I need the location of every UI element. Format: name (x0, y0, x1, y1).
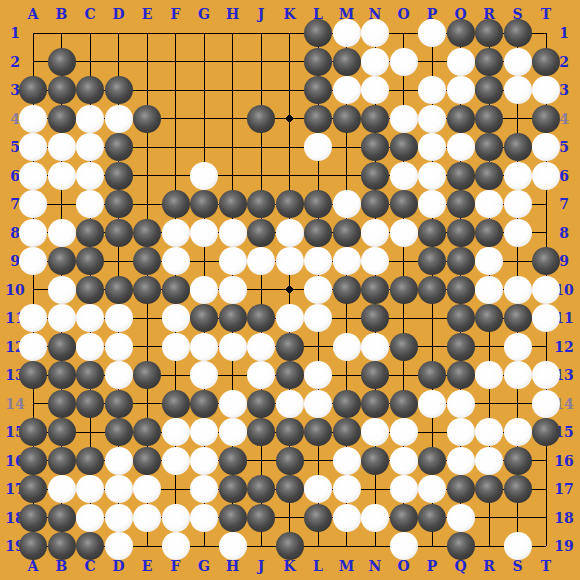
stone-black-P16 (418, 447, 446, 475)
stone-white-R9 (475, 247, 503, 275)
stone-black-N7 (361, 190, 389, 218)
stone-white-Q5 (447, 133, 475, 161)
stone-black-L7 (304, 190, 332, 218)
stone-black-D8 (105, 219, 133, 247)
stone-white-S19 (504, 532, 532, 560)
stone-black-H17 (219, 475, 247, 503)
stone-white-P1 (418, 19, 446, 47)
stone-black-C14 (76, 390, 104, 418)
stone-black-T9 (532, 247, 560, 275)
stone-white-C17 (76, 475, 104, 503)
stone-black-L4 (304, 105, 332, 133)
stone-black-D5 (105, 133, 133, 161)
stone-white-D4 (105, 105, 133, 133)
stone-black-Q10 (447, 276, 475, 304)
stone-white-Q3 (447, 76, 475, 104)
col-label-top-O: O (392, 6, 416, 22)
stone-black-Q6 (447, 162, 475, 190)
stone-black-E13 (133, 361, 161, 389)
stone-white-H19 (219, 532, 247, 560)
stone-white-N15 (361, 418, 389, 446)
col-label-top-E: E (135, 6, 159, 22)
stone-black-Q17 (447, 475, 475, 503)
stone-white-F9 (162, 247, 190, 275)
stone-white-F16 (162, 447, 190, 475)
stone-white-H9 (219, 247, 247, 275)
stone-black-T4 (532, 105, 560, 133)
stone-black-R2 (475, 48, 503, 76)
stone-white-C6 (76, 162, 104, 190)
stone-black-E9 (133, 247, 161, 275)
stone-black-R4 (475, 105, 503, 133)
stone-white-O2 (390, 48, 418, 76)
stone-white-D18 (105, 504, 133, 532)
stone-white-D12 (105, 333, 133, 361)
col-label-bottom-F: F (164, 558, 188, 574)
stone-black-K7 (276, 190, 304, 218)
stone-white-D19 (105, 532, 133, 560)
stone-black-C10 (76, 276, 104, 304)
stone-white-S15 (504, 418, 532, 446)
stone-black-A17 (19, 475, 47, 503)
row-label-left-2: 2 (3, 54, 27, 70)
stone-black-B15 (48, 418, 76, 446)
stone-white-M1 (333, 19, 361, 47)
stone-black-P8 (418, 219, 446, 247)
col-label-bottom-R: R (477, 558, 501, 574)
stone-black-N5 (361, 133, 389, 161)
row-label-right-7: 7 (552, 196, 576, 212)
col-label-bottom-Q: Q (449, 558, 473, 574)
stone-black-K16 (276, 447, 304, 475)
stone-white-B10 (48, 276, 76, 304)
stone-black-D3 (105, 76, 133, 104)
stone-black-R6 (475, 162, 503, 190)
stone-black-C13 (76, 361, 104, 389)
col-label-bottom-H: H (221, 558, 245, 574)
stone-white-G12 (190, 333, 218, 361)
stone-black-L15 (304, 418, 332, 446)
stone-white-E17 (133, 475, 161, 503)
stone-black-R3 (475, 76, 503, 104)
stone-black-C3 (76, 76, 104, 104)
col-label-bottom-D: D (107, 558, 131, 574)
stone-white-K11 (276, 304, 304, 332)
stone-black-G7 (190, 190, 218, 218)
row-label-right-18: 18 (552, 510, 576, 526)
star-point-K10 (286, 286, 292, 292)
stone-white-N3 (361, 76, 389, 104)
stone-white-S13 (504, 361, 532, 389)
stone-white-S8 (504, 219, 532, 247)
stone-black-J18 (247, 504, 275, 532)
stone-black-A18 (19, 504, 47, 532)
col-label-top-G: G (192, 6, 216, 22)
stone-white-N8 (361, 219, 389, 247)
stone-white-A9 (19, 247, 47, 275)
stone-white-P17 (418, 475, 446, 503)
stone-black-R8 (475, 219, 503, 247)
stone-white-T6 (532, 162, 560, 190)
stone-black-F7 (162, 190, 190, 218)
stone-black-B14 (48, 390, 76, 418)
stone-white-A12 (19, 333, 47, 361)
stone-black-K12 (276, 333, 304, 361)
stone-black-R5 (475, 133, 503, 161)
stone-white-O4 (390, 105, 418, 133)
stone-white-C18 (76, 504, 104, 532)
stone-black-D6 (105, 162, 133, 190)
stone-white-N1 (361, 19, 389, 47)
col-label-bottom-P: P (420, 558, 444, 574)
stone-white-P14 (418, 390, 446, 418)
stone-black-J8 (247, 219, 275, 247)
stone-black-C16 (76, 447, 104, 475)
stone-white-F8 (162, 219, 190, 247)
col-label-bottom-C: C (78, 558, 102, 574)
stone-white-N2 (361, 48, 389, 76)
col-label-bottom-M: M (335, 558, 359, 574)
stone-black-R1 (475, 19, 503, 47)
stone-black-B9 (48, 247, 76, 275)
stone-black-D10 (105, 276, 133, 304)
col-label-top-J: J (249, 6, 273, 22)
stone-black-K13 (276, 361, 304, 389)
stone-black-L1 (304, 19, 332, 47)
col-label-bottom-K: K (278, 558, 302, 574)
stone-black-P9 (418, 247, 446, 275)
stone-white-G8 (190, 219, 218, 247)
stone-black-A16 (19, 447, 47, 475)
stone-black-K17 (276, 475, 304, 503)
stone-white-M3 (333, 76, 361, 104)
col-label-bottom-T: T (534, 558, 558, 574)
stone-black-Q11 (447, 304, 475, 332)
stone-white-N9 (361, 247, 389, 275)
stone-white-T3 (532, 76, 560, 104)
stone-white-R13 (475, 361, 503, 389)
stone-white-O8 (390, 219, 418, 247)
stone-white-S6 (504, 162, 532, 190)
stone-black-S16 (504, 447, 532, 475)
col-label-bottom-L: L (306, 558, 330, 574)
stone-white-M18 (333, 504, 361, 532)
stone-black-M14 (333, 390, 361, 418)
stone-white-B8 (48, 219, 76, 247)
stone-black-B18 (48, 504, 76, 532)
stone-black-C8 (76, 219, 104, 247)
stone-black-O5 (390, 133, 418, 161)
stone-black-L2 (304, 48, 332, 76)
stone-black-S5 (504, 133, 532, 161)
stone-black-L3 (304, 76, 332, 104)
stone-black-Q9 (447, 247, 475, 275)
stone-black-Q19 (447, 532, 475, 560)
stone-white-O16 (390, 447, 418, 475)
stone-white-A6 (19, 162, 47, 190)
stone-white-A4 (19, 105, 47, 133)
row-label-right-1: 1 (552, 25, 576, 41)
stone-black-J17 (247, 475, 275, 503)
stone-white-L14 (304, 390, 332, 418)
stone-white-O15 (390, 418, 418, 446)
stone-black-O18 (390, 504, 418, 532)
stone-white-O19 (390, 532, 418, 560)
stone-white-F18 (162, 504, 190, 532)
stone-white-T13 (532, 361, 560, 389)
stone-white-S10 (504, 276, 532, 304)
stone-white-K8 (276, 219, 304, 247)
stone-white-S3 (504, 76, 532, 104)
stone-white-F15 (162, 418, 190, 446)
stone-white-G13 (190, 361, 218, 389)
stone-black-P18 (418, 504, 446, 532)
stone-black-S11 (504, 304, 532, 332)
stone-white-S7 (504, 190, 532, 218)
stone-black-Q4 (447, 105, 475, 133)
stone-black-J11 (247, 304, 275, 332)
stone-black-A19 (19, 532, 47, 560)
stone-black-E10 (133, 276, 161, 304)
stone-white-P5 (418, 133, 446, 161)
stone-black-G14 (190, 390, 218, 418)
stone-white-L5 (304, 133, 332, 161)
row-label-right-17: 17 (552, 481, 576, 497)
stone-black-N11 (361, 304, 389, 332)
stone-black-E4 (133, 105, 161, 133)
stone-black-H11 (219, 304, 247, 332)
stone-black-R11 (475, 304, 503, 332)
stone-black-C9 (76, 247, 104, 275)
row-label-left-10: 10 (3, 282, 27, 298)
stone-black-M8 (333, 219, 361, 247)
stone-black-O10 (390, 276, 418, 304)
stone-white-D11 (105, 304, 133, 332)
stone-white-O6 (390, 162, 418, 190)
stone-black-K15 (276, 418, 304, 446)
col-label-bottom-A: A (21, 558, 45, 574)
stone-black-N10 (361, 276, 389, 304)
row-label-left-14: 14 (3, 396, 27, 412)
row-label-right-12: 12 (552, 339, 576, 355)
stone-white-O17 (390, 475, 418, 503)
stone-white-P3 (418, 76, 446, 104)
stone-black-T15 (532, 418, 560, 446)
stone-black-B19 (48, 532, 76, 560)
stone-black-Q7 (447, 190, 475, 218)
stone-black-S1 (504, 19, 532, 47)
stone-white-M9 (333, 247, 361, 275)
col-label-top-A: A (21, 6, 45, 22)
stone-white-A7 (19, 190, 47, 218)
col-label-bottom-G: G (192, 558, 216, 574)
stone-white-S12 (504, 333, 532, 361)
stone-black-S17 (504, 475, 532, 503)
stone-white-L10 (304, 276, 332, 304)
stone-black-D15 (105, 418, 133, 446)
stone-black-E8 (133, 219, 161, 247)
stone-black-O7 (390, 190, 418, 218)
stone-white-P6 (418, 162, 446, 190)
col-label-bottom-N: N (363, 558, 387, 574)
stone-black-O14 (390, 390, 418, 418)
stone-white-C7 (76, 190, 104, 218)
stone-black-M15 (333, 418, 361, 446)
stone-black-B4 (48, 105, 76, 133)
stone-white-F19 (162, 532, 190, 560)
go-board-app: AABBCCDDEEFFGGHHJJKKLLMMNNOOPPQQRRSSTT11… (0, 0, 580, 580)
stone-white-A5 (19, 133, 47, 161)
stone-black-R17 (475, 475, 503, 503)
stone-white-C12 (76, 333, 104, 361)
stone-white-Q2 (447, 48, 475, 76)
stone-white-B17 (48, 475, 76, 503)
stone-black-J14 (247, 390, 275, 418)
stone-black-P13 (418, 361, 446, 389)
stone-white-E18 (133, 504, 161, 532)
stone-black-D14 (105, 390, 133, 418)
stone-white-H12 (219, 333, 247, 361)
stone-black-G11 (190, 304, 218, 332)
stone-black-Q8 (447, 219, 475, 247)
stone-white-C11 (76, 304, 104, 332)
stone-white-F11 (162, 304, 190, 332)
stone-white-C5 (76, 133, 104, 161)
stone-white-H15 (219, 418, 247, 446)
stone-black-F10 (162, 276, 190, 304)
stone-white-J13 (247, 361, 275, 389)
stone-black-Q12 (447, 333, 475, 361)
stone-white-N12 (361, 333, 389, 361)
row-label-right-19: 19 (552, 538, 576, 554)
col-label-top-F: F (164, 6, 188, 22)
stone-white-B11 (48, 304, 76, 332)
col-label-top-T: T (534, 6, 558, 22)
stone-white-G6 (190, 162, 218, 190)
stone-white-R16 (475, 447, 503, 475)
col-label-top-D: D (107, 6, 131, 22)
stone-white-H14 (219, 390, 247, 418)
stone-black-T2 (532, 48, 560, 76)
stone-white-T10 (532, 276, 560, 304)
stone-white-G17 (190, 475, 218, 503)
stone-black-E15 (133, 418, 161, 446)
stone-white-A8 (19, 219, 47, 247)
stone-black-J4 (247, 105, 275, 133)
stone-white-L13 (304, 361, 332, 389)
stone-white-G18 (190, 504, 218, 532)
stone-white-L11 (304, 304, 332, 332)
stone-white-T11 (532, 304, 560, 332)
stone-white-M7 (333, 190, 361, 218)
stone-white-D17 (105, 475, 133, 503)
star-point-K4 (286, 115, 292, 121)
stone-white-P7 (418, 190, 446, 218)
stone-white-P4 (418, 105, 446, 133)
stone-white-J12 (247, 333, 275, 361)
stone-white-N18 (361, 504, 389, 532)
stone-black-P10 (418, 276, 446, 304)
stone-white-B6 (48, 162, 76, 190)
stone-black-B12 (48, 333, 76, 361)
go-board[interactable]: AABBCCDDEEFFGGHHJJKKLLMMNNOOPPQQRRSSTT11… (0, 0, 580, 580)
stone-black-A15 (19, 418, 47, 446)
stone-black-N13 (361, 361, 389, 389)
stone-white-G16 (190, 447, 218, 475)
stone-white-J9 (247, 247, 275, 275)
col-label-top-C: C (78, 6, 102, 22)
stone-black-K19 (276, 532, 304, 560)
stone-white-H10 (219, 276, 247, 304)
stone-black-F14 (162, 390, 190, 418)
stone-white-Q18 (447, 504, 475, 532)
stone-black-D7 (105, 190, 133, 218)
col-label-bottom-S: S (506, 558, 530, 574)
col-label-bottom-O: O (392, 558, 416, 574)
col-label-bottom-E: E (135, 558, 159, 574)
stone-white-G10 (190, 276, 218, 304)
stone-black-L18 (304, 504, 332, 532)
stone-white-R15 (475, 418, 503, 446)
stone-white-G15 (190, 418, 218, 446)
stone-black-M10 (333, 276, 361, 304)
stone-white-T14 (532, 390, 560, 418)
stone-white-M17 (333, 475, 361, 503)
stone-white-K9 (276, 247, 304, 275)
stone-white-R7 (475, 190, 503, 218)
stone-black-B13 (48, 361, 76, 389)
stone-black-J7 (247, 190, 275, 218)
stone-black-B3 (48, 76, 76, 104)
stone-white-K14 (276, 390, 304, 418)
stone-black-N14 (361, 390, 389, 418)
stone-white-F12 (162, 333, 190, 361)
stone-white-L17 (304, 475, 332, 503)
stone-white-C4 (76, 105, 104, 133)
stone-white-Q16 (447, 447, 475, 475)
stone-white-T5 (532, 133, 560, 161)
stone-black-H7 (219, 190, 247, 218)
stone-white-R10 (475, 276, 503, 304)
stone-black-Q13 (447, 361, 475, 389)
stone-black-C19 (76, 532, 104, 560)
stone-black-A3 (19, 76, 47, 104)
col-label-top-B: B (50, 6, 74, 22)
stone-white-M16 (333, 447, 361, 475)
row-label-left-1: 1 (3, 25, 27, 41)
col-label-top-H: H (221, 6, 245, 22)
stone-black-O12 (390, 333, 418, 361)
stone-white-L9 (304, 247, 332, 275)
row-label-right-16: 16 (552, 453, 576, 469)
stone-black-E16 (133, 447, 161, 475)
stone-black-N4 (361, 105, 389, 133)
stone-black-J15 (247, 418, 275, 446)
stone-black-M2 (333, 48, 361, 76)
stone-white-D16 (105, 447, 133, 475)
stone-black-B16 (48, 447, 76, 475)
stone-black-B2 (48, 48, 76, 76)
stone-black-L8 (304, 219, 332, 247)
row-label-right-8: 8 (552, 225, 576, 241)
stone-white-A11 (19, 304, 47, 332)
stone-white-M12 (333, 333, 361, 361)
stone-black-M4 (333, 105, 361, 133)
stone-white-H8 (219, 219, 247, 247)
stone-white-Q15 (447, 418, 475, 446)
stone-black-H18 (219, 504, 247, 532)
col-label-top-K: K (278, 6, 302, 22)
